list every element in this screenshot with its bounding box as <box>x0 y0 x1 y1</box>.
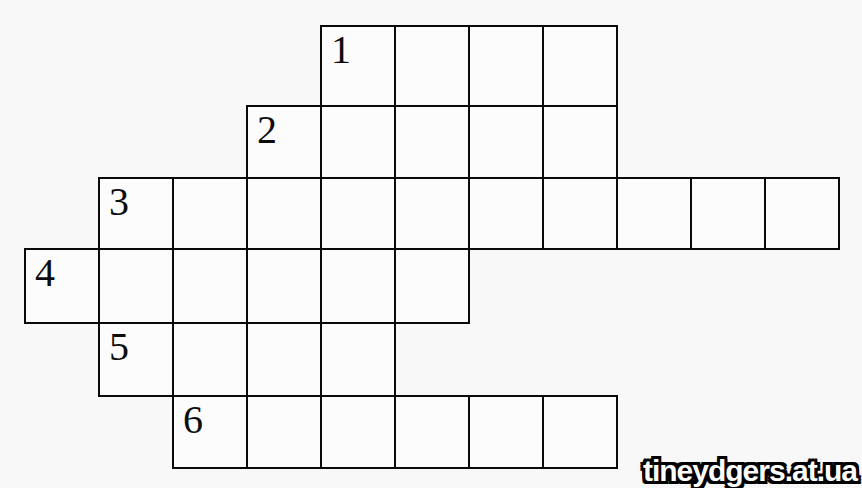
cell-r0c6 <box>468 25 544 107</box>
cell-r5c2: 6 <box>172 395 248 469</box>
cell-r3c1 <box>98 248 174 324</box>
cell-r2c1: 3 <box>98 177 174 250</box>
cell-r2c5 <box>394 177 470 250</box>
cell-r5c5 <box>394 395 470 469</box>
cell-r1c5 <box>394 105 470 179</box>
clue-number-3: 3 <box>100 179 172 222</box>
cell-r3c4 <box>320 248 396 324</box>
clue-number-5: 5 <box>100 324 172 367</box>
watermark: tineydgers.at.ua <box>643 454 857 488</box>
cell-r5c6 <box>468 395 544 469</box>
cell-r2c3 <box>246 177 322 250</box>
cell-r4c1: 5 <box>98 322 174 397</box>
cell-r3c0: 4 <box>24 248 100 324</box>
cell-r2c9 <box>690 177 766 250</box>
cell-r4c3 <box>246 322 322 397</box>
cell-r3c3 <box>246 248 322 324</box>
cell-r4c4 <box>320 322 396 397</box>
crossword-diagram: 123456 tineydgers.at.ua <box>0 0 862 488</box>
cell-r0c4: 1 <box>320 25 396 107</box>
cell-r0c5 <box>394 25 470 107</box>
cell-r5c3 <box>246 395 322 469</box>
cell-r3c2 <box>172 248 248 324</box>
cell-r2c8 <box>616 177 692 250</box>
cell-r1c7 <box>542 105 618 179</box>
cell-r1c6 <box>468 105 544 179</box>
cell-r2c6 <box>468 177 544 250</box>
cell-r3c5 <box>394 248 470 324</box>
cell-r2c4 <box>320 177 396 250</box>
clue-number-4: 4 <box>26 250 98 293</box>
cell-r5c7 <box>542 395 618 469</box>
cell-r4c2 <box>172 322 248 397</box>
cell-r0c7 <box>542 25 618 107</box>
clue-number-2: 2 <box>248 107 320 150</box>
cell-r2c10 <box>764 177 840 250</box>
cell-r5c4 <box>320 395 396 469</box>
cell-r2c7 <box>542 177 618 250</box>
clue-number-1: 1 <box>322 27 394 70</box>
cell-r1c4 <box>320 105 396 179</box>
cell-r2c2 <box>172 177 248 250</box>
clue-number-6: 6 <box>174 397 246 440</box>
cell-r1c3: 2 <box>246 105 322 179</box>
